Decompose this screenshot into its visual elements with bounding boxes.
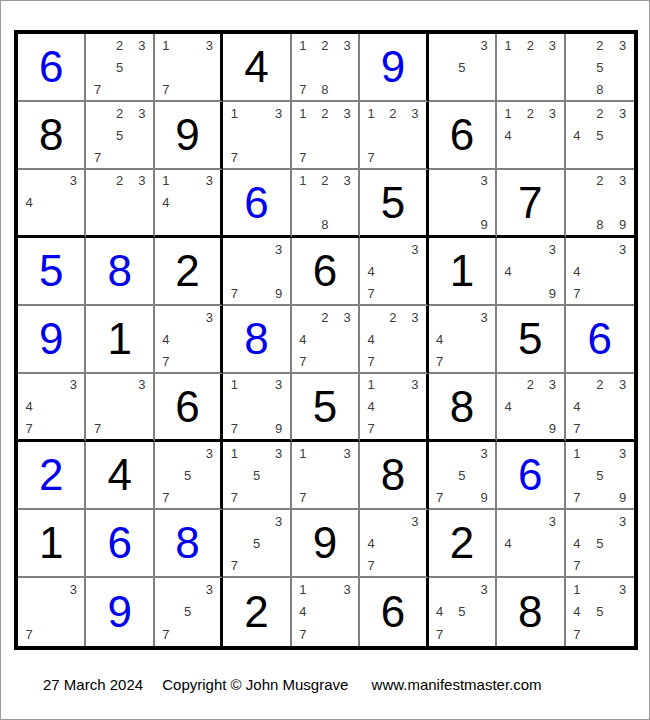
- cell-r4c9[interactable]: 347: [566, 238, 634, 306]
- cell-r7c6[interactable]: 8: [360, 442, 428, 510]
- cell-r6c8[interactable]: 2349: [497, 374, 565, 442]
- candidate-3: 3: [404, 102, 426, 124]
- candidate-5: 5: [588, 464, 611, 486]
- cell-r2c1[interactable]: 8: [18, 102, 86, 170]
- cell-r7c1[interactable]: 2: [18, 442, 86, 510]
- candidate-3: 3: [473, 306, 495, 328]
- candidates: 137: [223, 102, 289, 168]
- candidate-7: 7: [86, 417, 108, 439]
- candidates: 2347: [566, 374, 634, 439]
- cell-r1c9[interactable]: 2358: [566, 34, 634, 102]
- candidate-3: 3: [336, 170, 358, 192]
- candidate-2: 2: [314, 306, 336, 328]
- candidates: 347: [155, 306, 220, 372]
- candidate-4: 4: [360, 260, 382, 282]
- candidate-5: 5: [451, 601, 473, 624]
- candidate-9: 9: [541, 417, 563, 439]
- solved-digit: 2: [39, 453, 63, 497]
- cell-r2c6[interactable]: 1237: [360, 102, 428, 170]
- candidates: 2347: [292, 306, 358, 372]
- cell-r8c7[interactable]: 2: [429, 510, 497, 578]
- candidate-9: 9: [473, 486, 495, 508]
- cell-r6c6[interactable]: 1347: [360, 374, 428, 442]
- cell-r9c2[interactable]: 9: [86, 578, 154, 646]
- candidate-3: 3: [62, 578, 84, 601]
- cell-r5c8[interactable]: 5: [497, 306, 565, 374]
- cell-r6c3[interactable]: 6: [155, 374, 223, 442]
- cell-r5c7[interactable]: 347: [429, 306, 497, 374]
- given-digit: 5: [381, 181, 405, 225]
- cell-r1c4[interactable]: 4: [223, 34, 291, 102]
- candidate-1: 1: [497, 102, 519, 124]
- candidate-7: 7: [155, 78, 177, 100]
- given-digit: 9: [313, 521, 337, 565]
- candidate-3: 3: [404, 306, 426, 328]
- candidate-3: 3: [611, 170, 634, 192]
- copyright-text: Copyright © John Musgrave: [162, 676, 348, 693]
- candidate-3: 3: [131, 170, 153, 192]
- solved-digit: 5: [39, 249, 63, 293]
- candidates: 34: [18, 170, 84, 235]
- candidate-3: 3: [611, 442, 634, 464]
- candidates: 2345: [566, 102, 634, 168]
- cell-r9c7[interactable]: 3457: [429, 578, 497, 646]
- candidate-2: 2: [519, 34, 541, 56]
- sudoku-board: 6235713741237893512323588235791371237123…: [14, 30, 638, 650]
- candidate-3: 3: [336, 34, 358, 56]
- candidate-5: 5: [451, 56, 473, 78]
- candidate-7: 7: [292, 623, 314, 646]
- candidates: 2349: [497, 374, 563, 439]
- candidate-3: 3: [541, 238, 563, 260]
- cell-r2c2[interactable]: 2357: [86, 102, 154, 170]
- solved-digit: 6: [39, 45, 63, 89]
- candidates: 137: [292, 442, 358, 508]
- given-digit: 9: [175, 113, 199, 157]
- cell-r4c7[interactable]: 1: [429, 238, 497, 306]
- candidate-3: 3: [336, 306, 358, 328]
- candidates: 349: [497, 238, 563, 304]
- cell-r3c5[interactable]: 1238: [292, 170, 360, 238]
- cell-r2c9[interactable]: 2345: [566, 102, 634, 170]
- cell-r1c6[interactable]: 9: [360, 34, 428, 102]
- candidate-3: 3: [131, 374, 153, 396]
- candidate-7: 7: [292, 78, 314, 100]
- candidate-7: 7: [292, 146, 314, 168]
- candidate-8: 8: [314, 78, 336, 100]
- cell-r2c7[interactable]: 6: [429, 102, 497, 170]
- given-digit: 1: [39, 521, 63, 565]
- candidate-8: 8: [314, 213, 336, 235]
- candidate-4: 4: [566, 124, 589, 146]
- candidate-7: 7: [292, 486, 314, 508]
- candidates: 1347: [360, 374, 425, 439]
- cell-r5c2[interactable]: 1: [86, 306, 154, 374]
- given-digit: 7: [518, 181, 542, 225]
- cell-r7c8[interactable]: 6: [497, 442, 565, 510]
- candidate-3: 3: [199, 578, 221, 601]
- candidate-3: 3: [268, 102, 290, 124]
- cell-r9c1[interactable]: 37: [18, 578, 86, 646]
- candidate-4: 4: [497, 124, 519, 146]
- cell-r5c5[interactable]: 2347: [292, 306, 360, 374]
- candidate-2: 2: [588, 34, 611, 56]
- candidate-3: 3: [131, 34, 153, 56]
- candidate-4: 4: [155, 328, 177, 350]
- candidate-4: 4: [566, 532, 589, 554]
- cell-r6c4[interactable]: 1379: [223, 374, 291, 442]
- candidate-3: 3: [541, 102, 563, 124]
- candidate-3: 3: [268, 238, 290, 260]
- cell-r4c6[interactable]: 347: [360, 238, 428, 306]
- candidate-2: 2: [382, 102, 404, 124]
- candidate-3: 3: [473, 578, 495, 601]
- candidate-9: 9: [268, 417, 290, 439]
- candidate-5: 5: [245, 464, 267, 486]
- candidate-3: 3: [336, 102, 358, 124]
- cell-r2c8[interactable]: 1234: [497, 102, 565, 170]
- candidate-9: 9: [611, 213, 634, 235]
- given-digit: 5: [313, 385, 337, 429]
- candidates: 1347: [292, 578, 358, 646]
- candidates: 13457: [566, 578, 634, 646]
- cell-r1c7[interactable]: 35: [429, 34, 497, 102]
- candidate-7: 7: [155, 623, 177, 646]
- candidate-4: 4: [566, 601, 589, 624]
- candidate-3: 3: [611, 374, 634, 396]
- candidate-7: 7: [223, 417, 245, 439]
- cell-r3c6[interactable]: 5: [360, 170, 428, 238]
- cell-r3c3[interactable]: 134: [155, 170, 223, 238]
- cell-r5c9[interactable]: 6: [566, 306, 634, 374]
- candidate-9: 9: [473, 213, 495, 235]
- candidate-4: 4: [497, 396, 519, 418]
- cell-r6c2[interactable]: 37: [86, 374, 154, 442]
- candidate-3: 3: [611, 578, 634, 601]
- candidate-7: 7: [18, 417, 40, 439]
- cell-r9c4[interactable]: 2: [223, 578, 291, 646]
- candidate-1: 1: [360, 374, 382, 396]
- candidates: 347: [429, 306, 495, 372]
- candidate-1: 1: [292, 170, 314, 192]
- solved-digit: 9: [107, 590, 131, 634]
- candidate-1: 1: [155, 170, 177, 192]
- candidate-7: 7: [18, 623, 40, 646]
- candidate-7: 7: [360, 350, 382, 372]
- cell-r1c8[interactable]: 123: [497, 34, 565, 102]
- candidate-4: 4: [292, 328, 314, 350]
- candidate-3: 3: [611, 102, 634, 124]
- candidate-4: 4: [292, 601, 314, 624]
- candidates: 3457: [429, 578, 495, 646]
- candidate-7: 7: [223, 554, 245, 576]
- candidate-3: 3: [611, 510, 634, 532]
- candidates: 3579: [429, 442, 495, 508]
- candidate-3: 3: [473, 170, 495, 192]
- candidate-3: 3: [199, 34, 221, 56]
- candidates: 1237: [360, 102, 425, 168]
- candidates: 137: [155, 34, 220, 100]
- candidate-7: 7: [360, 146, 382, 168]
- candidate-3: 3: [473, 442, 495, 464]
- candidate-1: 1: [497, 34, 519, 56]
- candidate-2: 2: [314, 34, 336, 56]
- candidates: 37: [86, 374, 152, 439]
- candidate-5: 5: [109, 124, 131, 146]
- cell-r9c8[interactable]: 8: [497, 578, 565, 646]
- cell-r6c5[interactable]: 5: [292, 374, 360, 442]
- cell-r4c8[interactable]: 349: [497, 238, 565, 306]
- cell-r9c6[interactable]: 6: [360, 578, 428, 646]
- candidate-8: 8: [588, 78, 611, 100]
- cell-r2c5[interactable]: 1237: [292, 102, 360, 170]
- candidate-4: 4: [360, 396, 382, 418]
- candidate-2: 2: [519, 102, 541, 124]
- candidate-3: 3: [62, 170, 84, 192]
- given-digit: 2: [244, 590, 268, 634]
- candidate-2: 2: [588, 170, 611, 192]
- candidate-5: 5: [177, 601, 199, 624]
- cell-r4c4[interactable]: 379: [223, 238, 291, 306]
- cell-r7c2[interactable]: 4: [86, 442, 154, 510]
- candidates: 134: [155, 170, 220, 235]
- candidate-3: 3: [336, 578, 358, 601]
- cell-r9c3[interactable]: 357: [155, 578, 223, 646]
- cell-r1c1[interactable]: 6: [18, 34, 86, 102]
- candidates: 357: [223, 510, 289, 576]
- cell-r2c4[interactable]: 137: [223, 102, 291, 170]
- candidate-5: 5: [588, 532, 611, 554]
- cell-r8c9[interactable]: 3457: [566, 510, 634, 578]
- candidates: 1357: [223, 442, 289, 508]
- solved-digit: 9: [39, 317, 63, 361]
- candidates: 34: [497, 510, 563, 576]
- candidate-9: 9: [541, 282, 563, 304]
- candidate-7: 7: [292, 350, 314, 372]
- given-digit: 8: [39, 113, 63, 157]
- solved-digit: 6: [518, 453, 542, 497]
- candidates: 12378: [292, 34, 358, 100]
- candidate-2: 2: [109, 170, 131, 192]
- candidate-5: 5: [588, 124, 611, 146]
- candidates: 347: [360, 510, 425, 576]
- candidates: 1379: [223, 374, 289, 439]
- cell-r1c2[interactable]: 2357: [86, 34, 154, 102]
- candidate-3: 3: [473, 34, 495, 56]
- cell-r2c3[interactable]: 9: [155, 102, 223, 170]
- cell-r8c4[interactable]: 357: [223, 510, 291, 578]
- candidates: 2389: [566, 170, 634, 235]
- candidate-3: 3: [199, 442, 221, 464]
- candidates: 13579: [566, 442, 634, 508]
- given-digit: 4: [107, 453, 131, 497]
- cell-r5c6[interactable]: 2347: [360, 306, 428, 374]
- solved-digit: 8: [244, 317, 268, 361]
- cell-r6c9[interactable]: 2347: [566, 374, 634, 442]
- candidate-1: 1: [566, 442, 589, 464]
- given-digit: 8: [518, 590, 542, 634]
- candidate-7: 7: [155, 350, 177, 372]
- candidate-3: 3: [541, 510, 563, 532]
- given-digit: 6: [313, 249, 337, 293]
- page: 6235713741237893512323588235791371237123…: [0, 0, 650, 720]
- solved-digit: 9: [381, 45, 405, 89]
- candidate-3: 3: [404, 374, 426, 396]
- candidate-4: 4: [18, 396, 40, 418]
- cell-r7c4[interactable]: 1357: [223, 442, 291, 510]
- candidates: 35: [429, 34, 495, 100]
- cell-r3c2[interactable]: 23: [86, 170, 154, 238]
- candidate-8: 8: [588, 213, 611, 235]
- candidates: 23: [86, 170, 152, 235]
- candidate-5: 5: [245, 532, 267, 554]
- solved-digit: 8: [175, 521, 199, 565]
- candidate-3: 3: [541, 374, 563, 396]
- candidate-1: 1: [566, 578, 589, 601]
- cell-r3c4[interactable]: 6: [223, 170, 291, 238]
- candidate-7: 7: [360, 282, 382, 304]
- candidate-1: 1: [292, 578, 314, 601]
- candidate-3: 3: [131, 102, 153, 124]
- candidate-7: 7: [429, 623, 451, 646]
- candidate-7: 7: [86, 146, 108, 168]
- solved-digit: 8: [107, 249, 131, 293]
- candidate-5: 5: [451, 464, 473, 486]
- candidates: 123: [497, 34, 563, 100]
- solved-digit: 6: [244, 181, 268, 225]
- given-digit: 4: [244, 45, 268, 89]
- candidate-2: 2: [519, 374, 541, 396]
- cell-r7c3[interactable]: 357: [155, 442, 223, 510]
- candidate-2: 2: [588, 374, 611, 396]
- cell-r5c1[interactable]: 9: [18, 306, 86, 374]
- cell-r6c1[interactable]: 347: [18, 374, 86, 442]
- given-digit: 2: [450, 521, 474, 565]
- solved-digit: 6: [107, 521, 131, 565]
- candidate-3: 3: [611, 34, 634, 56]
- candidate-9: 9: [611, 486, 634, 508]
- candidate-2: 2: [109, 34, 131, 56]
- candidate-2: 2: [314, 102, 336, 124]
- candidate-7: 7: [429, 486, 451, 508]
- cell-r1c3[interactable]: 137: [155, 34, 223, 102]
- candidate-2: 2: [382, 306, 404, 328]
- candidates: 2358: [566, 34, 634, 100]
- candidates: 1234: [497, 102, 563, 168]
- candidate-7: 7: [566, 486, 589, 508]
- candidate-4: 4: [497, 532, 519, 554]
- candidate-7: 7: [223, 146, 245, 168]
- cell-r3c1[interactable]: 34: [18, 170, 86, 238]
- cell-r8c6[interactable]: 347: [360, 510, 428, 578]
- candidate-7: 7: [86, 78, 108, 100]
- candidate-3: 3: [199, 170, 221, 192]
- given-digit: 2: [175, 249, 199, 293]
- candidate-7: 7: [566, 417, 589, 439]
- cell-r3c9[interactable]: 2389: [566, 170, 634, 238]
- footer: 27 March 2024 Copyright © John Musgrave …: [43, 676, 542, 693]
- candidate-7: 7: [223, 486, 245, 508]
- candidate-1: 1: [292, 102, 314, 124]
- candidate-5: 5: [109, 56, 131, 78]
- candidates: 39: [429, 170, 495, 235]
- given-digit: 5: [518, 317, 542, 361]
- cell-r1c5[interactable]: 12378: [292, 34, 360, 102]
- candidate-7: 7: [360, 554, 382, 576]
- candidate-7: 7: [566, 623, 589, 646]
- candidate-7: 7: [566, 554, 589, 576]
- cell-r8c2[interactable]: 6: [86, 510, 154, 578]
- candidate-1: 1: [223, 102, 245, 124]
- given-digit: 1: [107, 317, 131, 361]
- candidate-3: 3: [199, 306, 221, 328]
- given-digit: 6: [450, 113, 474, 157]
- cell-r8c1[interactable]: 1: [18, 510, 86, 578]
- candidate-1: 1: [292, 442, 314, 464]
- candidates: 2357: [86, 102, 152, 168]
- given-digit: 6: [381, 590, 405, 634]
- candidate-7: 7: [155, 486, 177, 508]
- candidates: 3457: [566, 510, 634, 576]
- cell-r4c2[interactable]: 8: [86, 238, 154, 306]
- candidates: 2347: [360, 306, 425, 372]
- candidate-1: 1: [292, 34, 314, 56]
- cell-r7c9[interactable]: 13579: [566, 442, 634, 510]
- candidate-4: 4: [155, 192, 177, 214]
- candidate-3: 3: [268, 442, 290, 464]
- solved-digit: 6: [588, 317, 612, 361]
- cell-r4c3[interactable]: 2: [155, 238, 223, 306]
- candidate-7: 7: [223, 282, 245, 304]
- candidate-7: 7: [566, 282, 589, 304]
- candidates: 357: [155, 442, 220, 508]
- candidate-3: 3: [268, 510, 290, 532]
- cell-r9c9[interactable]: 13457: [566, 578, 634, 646]
- cell-r4c5[interactable]: 6: [292, 238, 360, 306]
- candidate-3: 3: [336, 442, 358, 464]
- candidate-4: 4: [566, 260, 589, 282]
- cell-r4c1[interactable]: 5: [18, 238, 86, 306]
- cell-r3c8[interactable]: 7: [497, 170, 565, 238]
- cell-r8c3[interactable]: 8: [155, 510, 223, 578]
- candidate-4: 4: [360, 328, 382, 350]
- cell-r6c7[interactable]: 8: [429, 374, 497, 442]
- candidates: 379: [223, 238, 289, 304]
- cell-r8c8[interactable]: 34: [497, 510, 565, 578]
- given-digit: 1: [450, 249, 474, 293]
- candidate-4: 4: [566, 396, 589, 418]
- given-digit: 8: [450, 385, 474, 429]
- candidate-5: 5: [588, 56, 611, 78]
- candidate-1: 1: [223, 442, 245, 464]
- cell-r3c7[interactable]: 39: [429, 170, 497, 238]
- cell-r9c5[interactable]: 1347: [292, 578, 360, 646]
- given-digit: 8: [381, 453, 405, 497]
- cell-r7c7[interactable]: 3579: [429, 442, 497, 510]
- cell-r8c5[interactable]: 9: [292, 510, 360, 578]
- cell-r5c4[interactable]: 8: [223, 306, 291, 374]
- candidate-1: 1: [223, 374, 245, 396]
- candidate-7: 7: [429, 350, 451, 372]
- candidate-3: 3: [404, 238, 426, 260]
- candidate-4: 4: [497, 260, 519, 282]
- website-link[interactable]: www.manifestmaster.com: [372, 676, 542, 693]
- candidate-4: 4: [429, 328, 451, 350]
- cell-r5c3[interactable]: 347: [155, 306, 223, 374]
- candidate-9: 9: [268, 282, 290, 304]
- candidate-3: 3: [541, 34, 563, 56]
- cell-r7c5[interactable]: 137: [292, 442, 360, 510]
